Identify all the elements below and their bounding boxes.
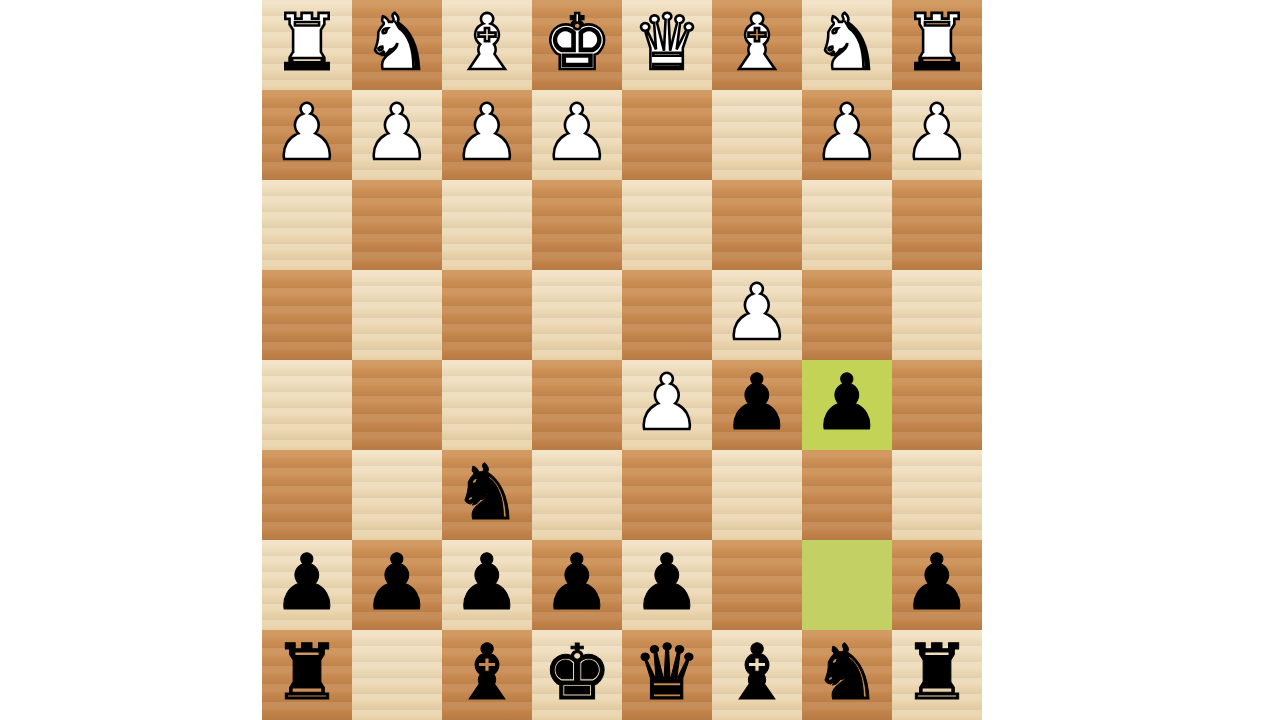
square-e1[interactable]: ♚ <box>532 0 622 90</box>
square-h5[interactable] <box>262 360 352 450</box>
white-bishop-c1: ♝ <box>722 0 791 88</box>
square-f6[interactable]: ♞ <box>442 450 532 540</box>
square-f7[interactable]: ♟ <box>442 540 532 630</box>
square-g5[interactable] <box>352 360 442 450</box>
black-pawn-c5: ♟ <box>722 358 791 448</box>
square-a8[interactable]: ♜ <box>892 630 982 720</box>
white-pawn-g2: ♟ <box>362 88 431 178</box>
square-e6[interactable] <box>532 450 622 540</box>
square-f3[interactable] <box>442 180 532 270</box>
black-bishop-f8: ♝ <box>452 628 521 718</box>
square-c7[interactable] <box>712 540 802 630</box>
square-g4[interactable] <box>352 270 442 360</box>
square-c8[interactable]: ♝ <box>712 630 802 720</box>
square-a7[interactable]: ♟ <box>892 540 982 630</box>
white-pawn-a2: ♟ <box>902 88 971 178</box>
black-bishop-c8: ♝ <box>722 628 791 718</box>
square-c6[interactable] <box>712 450 802 540</box>
white-knight-b1: ♞ <box>812 0 881 88</box>
square-f5[interactable] <box>442 360 532 450</box>
square-a6[interactable] <box>892 450 982 540</box>
square-b3[interactable] <box>802 180 892 270</box>
square-h2[interactable]: ♟ <box>262 90 352 180</box>
black-pawn-g7: ♟ <box>362 538 431 628</box>
square-e8[interactable]: ♚ <box>532 630 622 720</box>
square-h3[interactable] <box>262 180 352 270</box>
white-bishop-f1: ♝ <box>452 0 521 88</box>
square-e2[interactable]: ♟ <box>532 90 622 180</box>
square-h4[interactable] <box>262 270 352 360</box>
square-d8[interactable]: ♛ <box>622 630 712 720</box>
black-pawn-a7: ♟ <box>902 538 971 628</box>
square-e5[interactable] <box>532 360 622 450</box>
black-pawn-d7: ♟ <box>632 538 701 628</box>
square-d3[interactable] <box>622 180 712 270</box>
white-pawn-c4: ♟ <box>722 268 791 358</box>
square-d2[interactable] <box>622 90 712 180</box>
white-pawn-f2: ♟ <box>452 88 521 178</box>
square-f2[interactable]: ♟ <box>442 90 532 180</box>
square-a3[interactable] <box>892 180 982 270</box>
square-b5[interactable]: ♟ <box>802 360 892 450</box>
square-g7[interactable]: ♟ <box>352 540 442 630</box>
square-a5[interactable] <box>892 360 982 450</box>
white-rook-a1: ♜ <box>902 0 971 88</box>
square-g1[interactable]: ♞ <box>352 0 442 90</box>
white-knight-g1: ♞ <box>362 0 431 88</box>
square-e4[interactable] <box>532 270 622 360</box>
square-b8[interactable]: ♞ <box>802 630 892 720</box>
square-f8[interactable]: ♝ <box>442 630 532 720</box>
square-f4[interactable] <box>442 270 532 360</box>
white-pawn-e2: ♟ <box>542 88 611 178</box>
square-c5[interactable]: ♟ <box>712 360 802 450</box>
white-rook-h1: ♜ <box>272 0 341 88</box>
black-rook-h8: ♜ <box>272 628 341 718</box>
black-queen-d8: ♛ <box>632 628 701 718</box>
black-king-e8: ♚ <box>542 628 611 718</box>
square-b4[interactable] <box>802 270 892 360</box>
black-pawn-b5: ♟ <box>812 358 881 448</box>
chess-board: ♜♞♝♚♛♝♞♜♟♟♟♟♟♟♟♟♟♟♞♟♟♟♟♟♟♜♝♚♛♝♞♜ <box>262 0 982 720</box>
square-h8[interactable]: ♜ <box>262 630 352 720</box>
square-g2[interactable]: ♟ <box>352 90 442 180</box>
square-c3[interactable] <box>712 180 802 270</box>
square-h6[interactable] <box>262 450 352 540</box>
black-pawn-e7: ♟ <box>542 538 611 628</box>
black-knight-f6: ♞ <box>452 448 521 538</box>
white-queen-d1: ♛ <box>632 0 701 88</box>
square-c1[interactable]: ♝ <box>712 0 802 90</box>
black-rook-a8: ♜ <box>902 628 971 718</box>
square-a2[interactable]: ♟ <box>892 90 982 180</box>
square-d4[interactable] <box>622 270 712 360</box>
square-d6[interactable] <box>622 450 712 540</box>
square-f1[interactable]: ♝ <box>442 0 532 90</box>
black-pawn-f7: ♟ <box>452 538 521 628</box>
square-e3[interactable] <box>532 180 622 270</box>
square-d5[interactable]: ♟ <box>622 360 712 450</box>
black-pawn-h7: ♟ <box>272 538 341 628</box>
square-b1[interactable]: ♞ <box>802 0 892 90</box>
white-pawn-d5: ♟ <box>632 358 701 448</box>
square-a4[interactable] <box>892 270 982 360</box>
square-d1[interactable]: ♛ <box>622 0 712 90</box>
square-a1[interactable]: ♜ <box>892 0 982 90</box>
black-knight-b8: ♞ <box>812 628 881 718</box>
square-g8[interactable] <box>352 630 442 720</box>
white-pawn-b2: ♟ <box>812 88 881 178</box>
square-c2[interactable] <box>712 90 802 180</box>
square-g3[interactable] <box>352 180 442 270</box>
square-b6[interactable] <box>802 450 892 540</box>
square-d7[interactable]: ♟ <box>622 540 712 630</box>
white-pawn-h2: ♟ <box>272 88 341 178</box>
white-king-e1: ♚ <box>542 0 611 88</box>
square-g6[interactable] <box>352 450 442 540</box>
square-b2[interactable]: ♟ <box>802 90 892 180</box>
square-b7[interactable] <box>802 540 892 630</box>
square-c4[interactable]: ♟ <box>712 270 802 360</box>
square-h1[interactable]: ♜ <box>262 0 352 90</box>
square-h7[interactable]: ♟ <box>262 540 352 630</box>
square-e7[interactable]: ♟ <box>532 540 622 630</box>
page-background: ♜♞♝♚♛♝♞♜♟♟♟♟♟♟♟♟♟♟♞♟♟♟♟♟♟♜♝♚♛♝♞♜ <box>0 0 1280 720</box>
